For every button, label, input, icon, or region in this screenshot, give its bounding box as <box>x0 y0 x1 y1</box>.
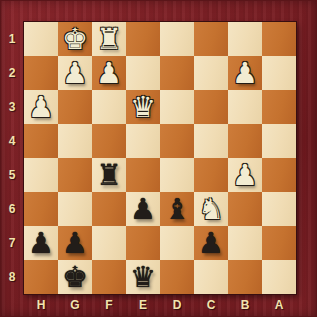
piece-white-king: ♚ <box>62 22 88 56</box>
piece-white-pawn: ♟ <box>62 56 88 90</box>
rank-label-3: 3 <box>0 90 24 124</box>
piece-black-pawn: ♟ <box>62 226 88 260</box>
rank-label-4: 4 <box>0 124 24 158</box>
square-f7[interactable] <box>92 226 126 260</box>
piece-black-king: ♚ <box>62 260 88 294</box>
piece-white-knight: ♞ <box>198 192 224 226</box>
piece-white-pawn: ♟ <box>96 56 122 90</box>
square-d2[interactable] <box>160 56 194 90</box>
file-label-c: C <box>194 294 228 315</box>
square-h5[interactable] <box>24 158 58 192</box>
square-f1[interactable]: ♜ <box>92 22 126 56</box>
square-a1[interactable] <box>262 22 296 56</box>
file-label-d: D <box>160 294 194 315</box>
square-e7[interactable] <box>126 226 160 260</box>
square-f2[interactable]: ♟ <box>92 56 126 90</box>
square-d4[interactable] <box>160 124 194 158</box>
square-c3[interactable] <box>194 90 228 124</box>
square-b6[interactable] <box>228 192 262 226</box>
square-g2[interactable]: ♟ <box>58 56 92 90</box>
piece-black-queen: ♛ <box>130 260 156 294</box>
file-label-a: A <box>262 294 296 315</box>
square-f6[interactable] <box>92 192 126 226</box>
square-h1[interactable] <box>24 22 58 56</box>
square-a6[interactable] <box>262 192 296 226</box>
square-a8[interactable] <box>262 260 296 294</box>
square-g1[interactable]: ♚ <box>58 22 92 56</box>
square-e6[interactable]: ♟ <box>126 192 160 226</box>
rank-label-2: 2 <box>0 56 24 90</box>
square-b4[interactable] <box>228 124 262 158</box>
square-b2[interactable]: ♟ <box>228 56 262 90</box>
square-h8[interactable] <box>24 260 58 294</box>
file-label-e: E <box>126 294 160 315</box>
square-b5[interactable]: ♟ <box>228 158 262 192</box>
square-b8[interactable] <box>228 260 262 294</box>
square-d3[interactable] <box>160 90 194 124</box>
piece-white-pawn: ♟ <box>232 56 258 90</box>
piece-white-pawn: ♟ <box>232 158 258 192</box>
square-e8[interactable]: ♛ <box>126 260 160 294</box>
square-c5[interactable] <box>194 158 228 192</box>
square-e5[interactable] <box>126 158 160 192</box>
square-f4[interactable] <box>92 124 126 158</box>
square-h7[interactable]: ♟ <box>24 226 58 260</box>
square-f5[interactable]: ♜ <box>92 158 126 192</box>
square-d7[interactable] <box>160 226 194 260</box>
square-c2[interactable] <box>194 56 228 90</box>
piece-black-pawn: ♟ <box>198 226 224 260</box>
rank-label-5: 5 <box>0 158 24 192</box>
rank-label-6: 6 <box>0 192 24 226</box>
square-c8[interactable] <box>194 260 228 294</box>
square-f3[interactable] <box>92 90 126 124</box>
square-e3[interactable]: ♛ <box>126 90 160 124</box>
square-b3[interactable] <box>228 90 262 124</box>
piece-black-pawn: ♟ <box>28 226 54 260</box>
rank-label-7: 7 <box>0 226 24 260</box>
square-g8[interactable]: ♚ <box>58 260 92 294</box>
square-c1[interactable] <box>194 22 228 56</box>
square-g6[interactable] <box>58 192 92 226</box>
chess-board: ♚♜♟♟♟♟♛♜♟♟♝♞♟♟♟♚♛ <box>24 22 296 294</box>
square-c4[interactable] <box>194 124 228 158</box>
square-f8[interactable] <box>92 260 126 294</box>
file-label-b: B <box>228 294 262 315</box>
file-label-f: F <box>92 294 126 315</box>
square-e2[interactable] <box>126 56 160 90</box>
square-d8[interactable] <box>160 260 194 294</box>
square-b7[interactable] <box>228 226 262 260</box>
square-a2[interactable] <box>262 56 296 90</box>
piece-white-pawn: ♟ <box>28 90 54 124</box>
square-d5[interactable] <box>160 158 194 192</box>
piece-black-rook: ♜ <box>96 158 122 192</box>
piece-black-bishop: ♝ <box>164 192 190 226</box>
square-g7[interactable]: ♟ <box>58 226 92 260</box>
square-a5[interactable] <box>262 158 296 192</box>
square-d6[interactable]: ♝ <box>160 192 194 226</box>
square-h2[interactable] <box>24 56 58 90</box>
square-c7[interactable]: ♟ <box>194 226 228 260</box>
square-h4[interactable] <box>24 124 58 158</box>
square-h6[interactable] <box>24 192 58 226</box>
square-d1[interactable] <box>160 22 194 56</box>
square-e4[interactable] <box>126 124 160 158</box>
square-b1[interactable] <box>228 22 262 56</box>
piece-white-queen: ♛ <box>130 90 156 124</box>
piece-white-rook: ♜ <box>96 22 122 56</box>
file-label-h: H <box>24 294 58 315</box>
square-a7[interactable] <box>262 226 296 260</box>
rank-label-1: 1 <box>0 22 24 56</box>
square-e1[interactable] <box>126 22 160 56</box>
square-h3[interactable]: ♟ <box>24 90 58 124</box>
square-g5[interactable] <box>58 158 92 192</box>
square-a3[interactable] <box>262 90 296 124</box>
chess-board-frame: ♚♜♟♟♟♟♛♜♟♟♝♞♟♟♟♚♛ 12345678 HGFEDCBA <box>0 0 317 317</box>
file-label-g: G <box>58 294 92 315</box>
square-c6[interactable]: ♞ <box>194 192 228 226</box>
square-a4[interactable] <box>262 124 296 158</box>
square-g4[interactable] <box>58 124 92 158</box>
rank-label-8: 8 <box>0 260 24 294</box>
square-g3[interactable] <box>58 90 92 124</box>
piece-black-pawn: ♟ <box>130 192 156 226</box>
